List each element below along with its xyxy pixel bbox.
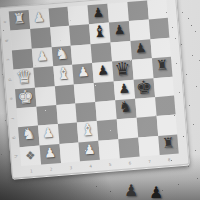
chess-piece-bN: ♞ [115,97,136,118]
square-r8c7 [138,136,159,157]
square-r8c8: ♜ [158,134,179,155]
square-r1c7 [127,0,148,21]
square-r2c1 [10,29,31,50]
square-r2c8 [148,18,169,39]
square-r5c8 [153,76,174,97]
chess-piece-bP: ♟ [88,2,109,23]
square-r7c3 [58,123,79,144]
square-r7c5 [97,120,118,141]
chess-piece-wP: ♟ [73,62,94,83]
coord-label: f [10,117,14,119]
coord-label: h [13,155,17,158]
square-r8c1: ❖ [20,145,41,166]
chess-piece-wK: ♚ [15,86,36,107]
square-r8c4: ♟ [79,141,100,162]
square-r3c2: ♟ [32,47,53,68]
chess-piece-wP: ♟ [38,123,59,144]
square-r5c2 [35,86,56,107]
chess-piece-wB: ♝ [77,120,98,141]
square-r5c4 [74,83,95,104]
square-r8c2: ♟ [39,144,60,165]
square-r4c8: ♜ [152,57,173,78]
square-r6c6: ♞ [115,99,136,120]
chess-piece-bP: ♟ [130,38,151,59]
chess-piece-bB: ♝ [89,21,110,42]
square-r7c6 [117,118,138,139]
chess-piece-bQ: ♛ [112,59,133,80]
square-r8c6 [118,137,139,158]
square-r7c7 [136,116,157,137]
coord-label: 7 [148,160,151,164]
square-r2c6: ♟ [109,21,130,42]
square-r4c2 [33,66,54,87]
coord-label: 6 [129,161,132,165]
square-r8c5 [99,139,120,160]
chess-piece-wP: ♟ [28,7,49,28]
chess-piece-bR: ♜ [158,133,179,154]
chess-piece-wB: ♝ [53,63,74,84]
board-maker-logo-icon: ❖ [20,145,41,166]
chess-piece-wP: ♟ [79,139,100,160]
chess-piece-wP: ♟ [31,46,52,67]
square-r8c3 [59,142,80,163]
coord-label: c [6,59,10,62]
chess-piece-bR: ♜ [151,55,172,76]
square-r2c5: ♝ [89,23,110,44]
square-r5c3 [54,84,75,105]
square-r5c1: ♚ [15,87,36,108]
square-r4c4: ♟ [73,63,94,84]
square-r1c3 [48,7,69,28]
square-r6c8 [155,96,176,117]
chess-board: abcdefgh ♜♟♟♝♟♟♞♟♛♝♟♟♛♜♚♟♚♞♞♟♝❖♟♟♜ 12345… [0,0,190,179]
coord-label: a [2,20,6,23]
chess-piece-bP: ♟ [92,60,113,81]
coord-label: 3 [69,166,72,170]
chess-piece-bP: ♟ [114,78,135,99]
square-r5c5 [94,81,115,102]
coord-label: 4 [89,164,92,168]
chess-piece-wN: ♞ [51,44,72,65]
captured-piece-bP: ♟ [149,183,163,200]
square-r1c2: ♟ [28,8,49,29]
chess-piece-bP: ♟ [109,20,130,41]
coord-label: e [9,98,13,101]
coord-label: 2 [50,168,53,172]
coord-label: 5 [109,163,112,167]
square-r1c4 [68,5,89,26]
square-r6c5 [95,100,116,121]
coord-label: d [7,78,11,81]
coord-label: b [4,40,8,43]
board-grid: ♜♟♟♝♟♟♞♟♛♝♟♟♛♜♚♟♚♞♞♟♝❖♟♟♜ [9,0,179,166]
chess-piece-bK: ♚ [133,76,154,97]
photo-of-chessboard: abcdefgh ♜♟♟♝♟♟♞♟♛♝♟♟♛♜♚♟♚♞♞♟♝❖♟♟♜ 12345… [0,0,200,200]
coord-label: 8 [168,158,171,162]
captured-piece-bP: ♟ [124,181,138,200]
coord-label: 1 [30,169,33,173]
chess-piece-wR: ♜ [9,9,30,30]
square-r6c7 [135,97,156,118]
photo-grain-light [0,0,1,1]
square-r7c1: ♞ [18,126,39,147]
square-r4c3: ♝ [53,65,74,86]
chess-piece-wN: ♞ [18,124,39,145]
square-r6c3 [56,103,77,124]
square-r3c7: ♟ [130,39,151,60]
square-r5c7: ♚ [133,78,154,99]
chess-piece-wP: ♟ [39,142,60,163]
square-r1c1: ♜ [9,10,30,31]
square-r1c8 [147,0,168,20]
square-r2c4 [70,25,91,46]
coord-label: g [12,136,16,139]
square-r4c5: ♟ [92,62,113,83]
